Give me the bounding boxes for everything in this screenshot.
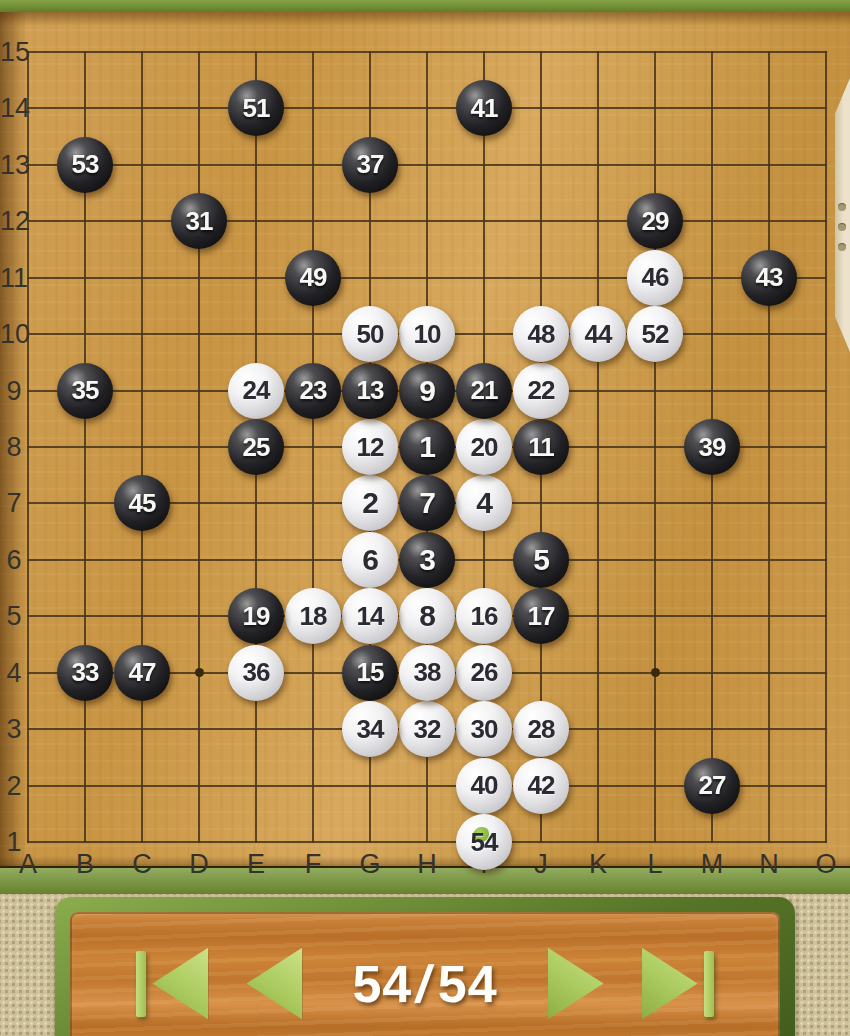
stone-number: 42: [528, 770, 555, 801]
stone-number: 49: [300, 262, 327, 293]
column-label: H: [407, 850, 447, 878]
previous-move-button[interactable]: [246, 948, 302, 1020]
tab-dot: [838, 243, 846, 251]
stone-35: 35: [57, 363, 113, 419]
column-label: E: [236, 850, 276, 878]
stone-15: 15: [342, 645, 398, 701]
stone-number: 8: [419, 599, 435, 633]
move-counter: 54/54: [352, 954, 497, 1014]
stone-21: 21: [456, 363, 512, 419]
gomoku-board[interactable]: 151413121110987654321ABCDEFGHIJKLMNO1234…: [0, 12, 850, 866]
stone-number: 5: [533, 543, 549, 577]
column-label: K: [578, 850, 618, 878]
first-move-button[interactable]: [136, 948, 208, 1020]
row-label: 9: [0, 377, 28, 405]
stone-number: 4: [476, 486, 492, 520]
row-label: 4: [0, 659, 28, 687]
stone-number: 36: [243, 657, 270, 688]
stone-number: 54: [471, 827, 498, 858]
stone-number: 48: [528, 319, 555, 350]
stone-number: 43: [756, 262, 783, 293]
stone-number: 18: [300, 601, 327, 632]
stone-11: 11: [513, 419, 569, 475]
stone-number: 31: [186, 206, 213, 237]
stone-number: 35: [72, 375, 99, 406]
stone-19: 19: [228, 588, 284, 644]
stone-number: 2: [362, 486, 378, 520]
stone-3: 3: [399, 532, 455, 588]
stone-34: 34: [342, 701, 398, 757]
column-label: D: [179, 850, 219, 878]
column-label: G: [350, 850, 390, 878]
row-label: 13: [0, 151, 28, 179]
stone-44: 44: [570, 306, 626, 362]
column-label: O: [806, 850, 846, 878]
stone-23: 23: [285, 363, 341, 419]
stone-number: 30: [471, 714, 498, 745]
stone-7: 7: [399, 475, 455, 531]
stone-number: 6: [362, 543, 378, 577]
stone-41: 41: [456, 80, 512, 136]
column-label: B: [65, 850, 105, 878]
stone-17: 17: [513, 588, 569, 644]
stone-27: 27: [684, 758, 740, 814]
column-label: C: [122, 850, 162, 878]
stone-number: 3: [419, 543, 435, 577]
stone-number: 17: [528, 601, 555, 632]
stone-5: 5: [513, 532, 569, 588]
row-label: 3: [0, 715, 28, 743]
stone-number: 24: [243, 375, 270, 406]
next-move-button[interactable]: [548, 948, 604, 1020]
column-label: A: [8, 850, 48, 878]
stone-47: 47: [114, 645, 170, 701]
stone-number: 16: [471, 601, 498, 632]
move-navigation-panel: 54/54: [55, 897, 795, 1036]
stone-number: 9: [419, 374, 435, 408]
stone-number: 13: [357, 375, 384, 406]
stone-24: 24: [228, 363, 284, 419]
skip-to-last-icon: [704, 951, 714, 1017]
stone-number: 51: [243, 93, 270, 124]
triangle-right-icon: [548, 948, 604, 1020]
stone-number: 34: [357, 714, 384, 745]
triangle-left-icon: [152, 948, 208, 1020]
star-point: [651, 668, 660, 677]
stone-12: 12: [342, 419, 398, 475]
stone-number: 32: [414, 714, 441, 745]
stone-52: 52: [627, 306, 683, 362]
row-label: 10: [0, 320, 28, 348]
stone-46: 46: [627, 250, 683, 306]
board-layer: 151413121110987654321ABCDEFGHIJKLMNO1234…: [0, 12, 850, 880]
stone-9: 9: [399, 363, 455, 419]
stone-53: 53: [57, 137, 113, 193]
row-label: 2: [0, 772, 28, 800]
stone-number: 19: [243, 601, 270, 632]
skip-to-first-icon: [136, 951, 146, 1017]
grid-line-horizontal: [27, 841, 827, 843]
stone-number: 47: [129, 657, 156, 688]
stone-number: 1: [419, 430, 435, 464]
stone-6: 6: [342, 532, 398, 588]
side-drawer-tab[interactable]: [835, 78, 850, 352]
stone-number: 12: [357, 432, 384, 463]
stone-28: 28: [513, 701, 569, 757]
stone-number: 15: [357, 657, 384, 688]
grid-line-horizontal: [27, 51, 827, 53]
stone-42: 42: [513, 758, 569, 814]
stone-32: 32: [399, 701, 455, 757]
stone-18: 18: [285, 588, 341, 644]
row-label: 12: [0, 207, 28, 235]
column-label: J: [521, 850, 561, 878]
star-point: [195, 668, 204, 677]
stone-8: 8: [399, 588, 455, 644]
stone-22: 22: [513, 363, 569, 419]
stone-26: 26: [456, 645, 512, 701]
stone-48: 48: [513, 306, 569, 362]
stone-29: 29: [627, 193, 683, 249]
stone-number: 20: [471, 432, 498, 463]
stone-number: 44: [585, 319, 612, 350]
stone-number: 53: [72, 149, 99, 180]
stone-number: 40: [471, 770, 498, 801]
nav-panel-wood: 54/54: [70, 912, 780, 1036]
stone-40: 40: [456, 758, 512, 814]
row-label: 15: [0, 38, 28, 66]
stone-number: 27: [699, 770, 726, 801]
stone-number: 21: [471, 375, 498, 406]
stone-4: 4: [456, 475, 512, 531]
column-label: N: [749, 850, 789, 878]
current-move: 54: [352, 955, 412, 1013]
stone-number: 11: [528, 432, 554, 463]
stone-43: 43: [741, 250, 797, 306]
stone-number: 50: [357, 319, 384, 350]
stone-number: 22: [528, 375, 555, 406]
stone-51: 51: [228, 80, 284, 136]
grid-line-horizontal: [27, 107, 827, 109]
stone-number: 26: [471, 657, 498, 688]
stone-number: 45: [129, 488, 156, 519]
app-screen: 151413121110987654321ABCDEFGHIJKLMNO1234…: [0, 0, 850, 1036]
stone-45: 45: [114, 475, 170, 531]
triangle-left-icon: [246, 948, 302, 1020]
triangle-right-icon: [642, 948, 698, 1020]
stone-number: 38: [414, 657, 441, 688]
stone-number: 28: [528, 714, 555, 745]
stone-2: 2: [342, 475, 398, 531]
row-label: 6: [0, 546, 28, 574]
stone-number: 23: [300, 375, 327, 406]
row-label: 11: [0, 264, 28, 292]
stone-number: 41: [471, 93, 498, 124]
row-label: 5: [0, 602, 28, 630]
total-moves: 54: [438, 955, 498, 1013]
stone-10: 10: [399, 306, 455, 362]
grid-line-horizontal: [27, 277, 827, 279]
stone-54: 54: [456, 814, 512, 870]
top-green-strip: [0, 0, 850, 12]
grid-line-horizontal: [27, 220, 827, 222]
stone-31: 31: [171, 193, 227, 249]
stone-33: 33: [57, 645, 113, 701]
stone-14: 14: [342, 588, 398, 644]
stone-number: 39: [699, 432, 726, 463]
stone-50: 50: [342, 306, 398, 362]
stone-16: 16: [456, 588, 512, 644]
stone-number: 46: [642, 262, 669, 293]
stone-25: 25: [228, 419, 284, 475]
column-label: L: [635, 850, 675, 878]
counter-separator: /: [412, 954, 438, 1014]
stone-13: 13: [342, 363, 398, 419]
stone-number: 10: [414, 319, 441, 350]
stone-number: 33: [72, 657, 99, 688]
stone-number: 14: [357, 601, 384, 632]
stone-number: 37: [357, 149, 384, 180]
tab-dot: [838, 223, 846, 231]
stone-number: 7: [419, 486, 435, 520]
stone-1: 1: [399, 419, 455, 475]
row-label: 14: [0, 94, 28, 122]
last-move-button[interactable]: [642, 948, 714, 1020]
stone-39: 39: [684, 419, 740, 475]
column-label: M: [692, 850, 732, 878]
stone-37: 37: [342, 137, 398, 193]
stone-20: 20: [456, 419, 512, 475]
stone-number: 25: [243, 432, 270, 463]
stone-49: 49: [285, 250, 341, 306]
grid-line-horizontal: [27, 164, 827, 166]
row-label: 7: [0, 489, 28, 517]
tab-dot: [838, 203, 846, 211]
stone-30: 30: [456, 701, 512, 757]
stone-38: 38: [399, 645, 455, 701]
stone-number: 29: [642, 206, 669, 237]
row-label: 8: [0, 433, 28, 461]
stone-number: 52: [642, 319, 669, 350]
column-label: F: [293, 850, 333, 878]
stone-36: 36: [228, 645, 284, 701]
